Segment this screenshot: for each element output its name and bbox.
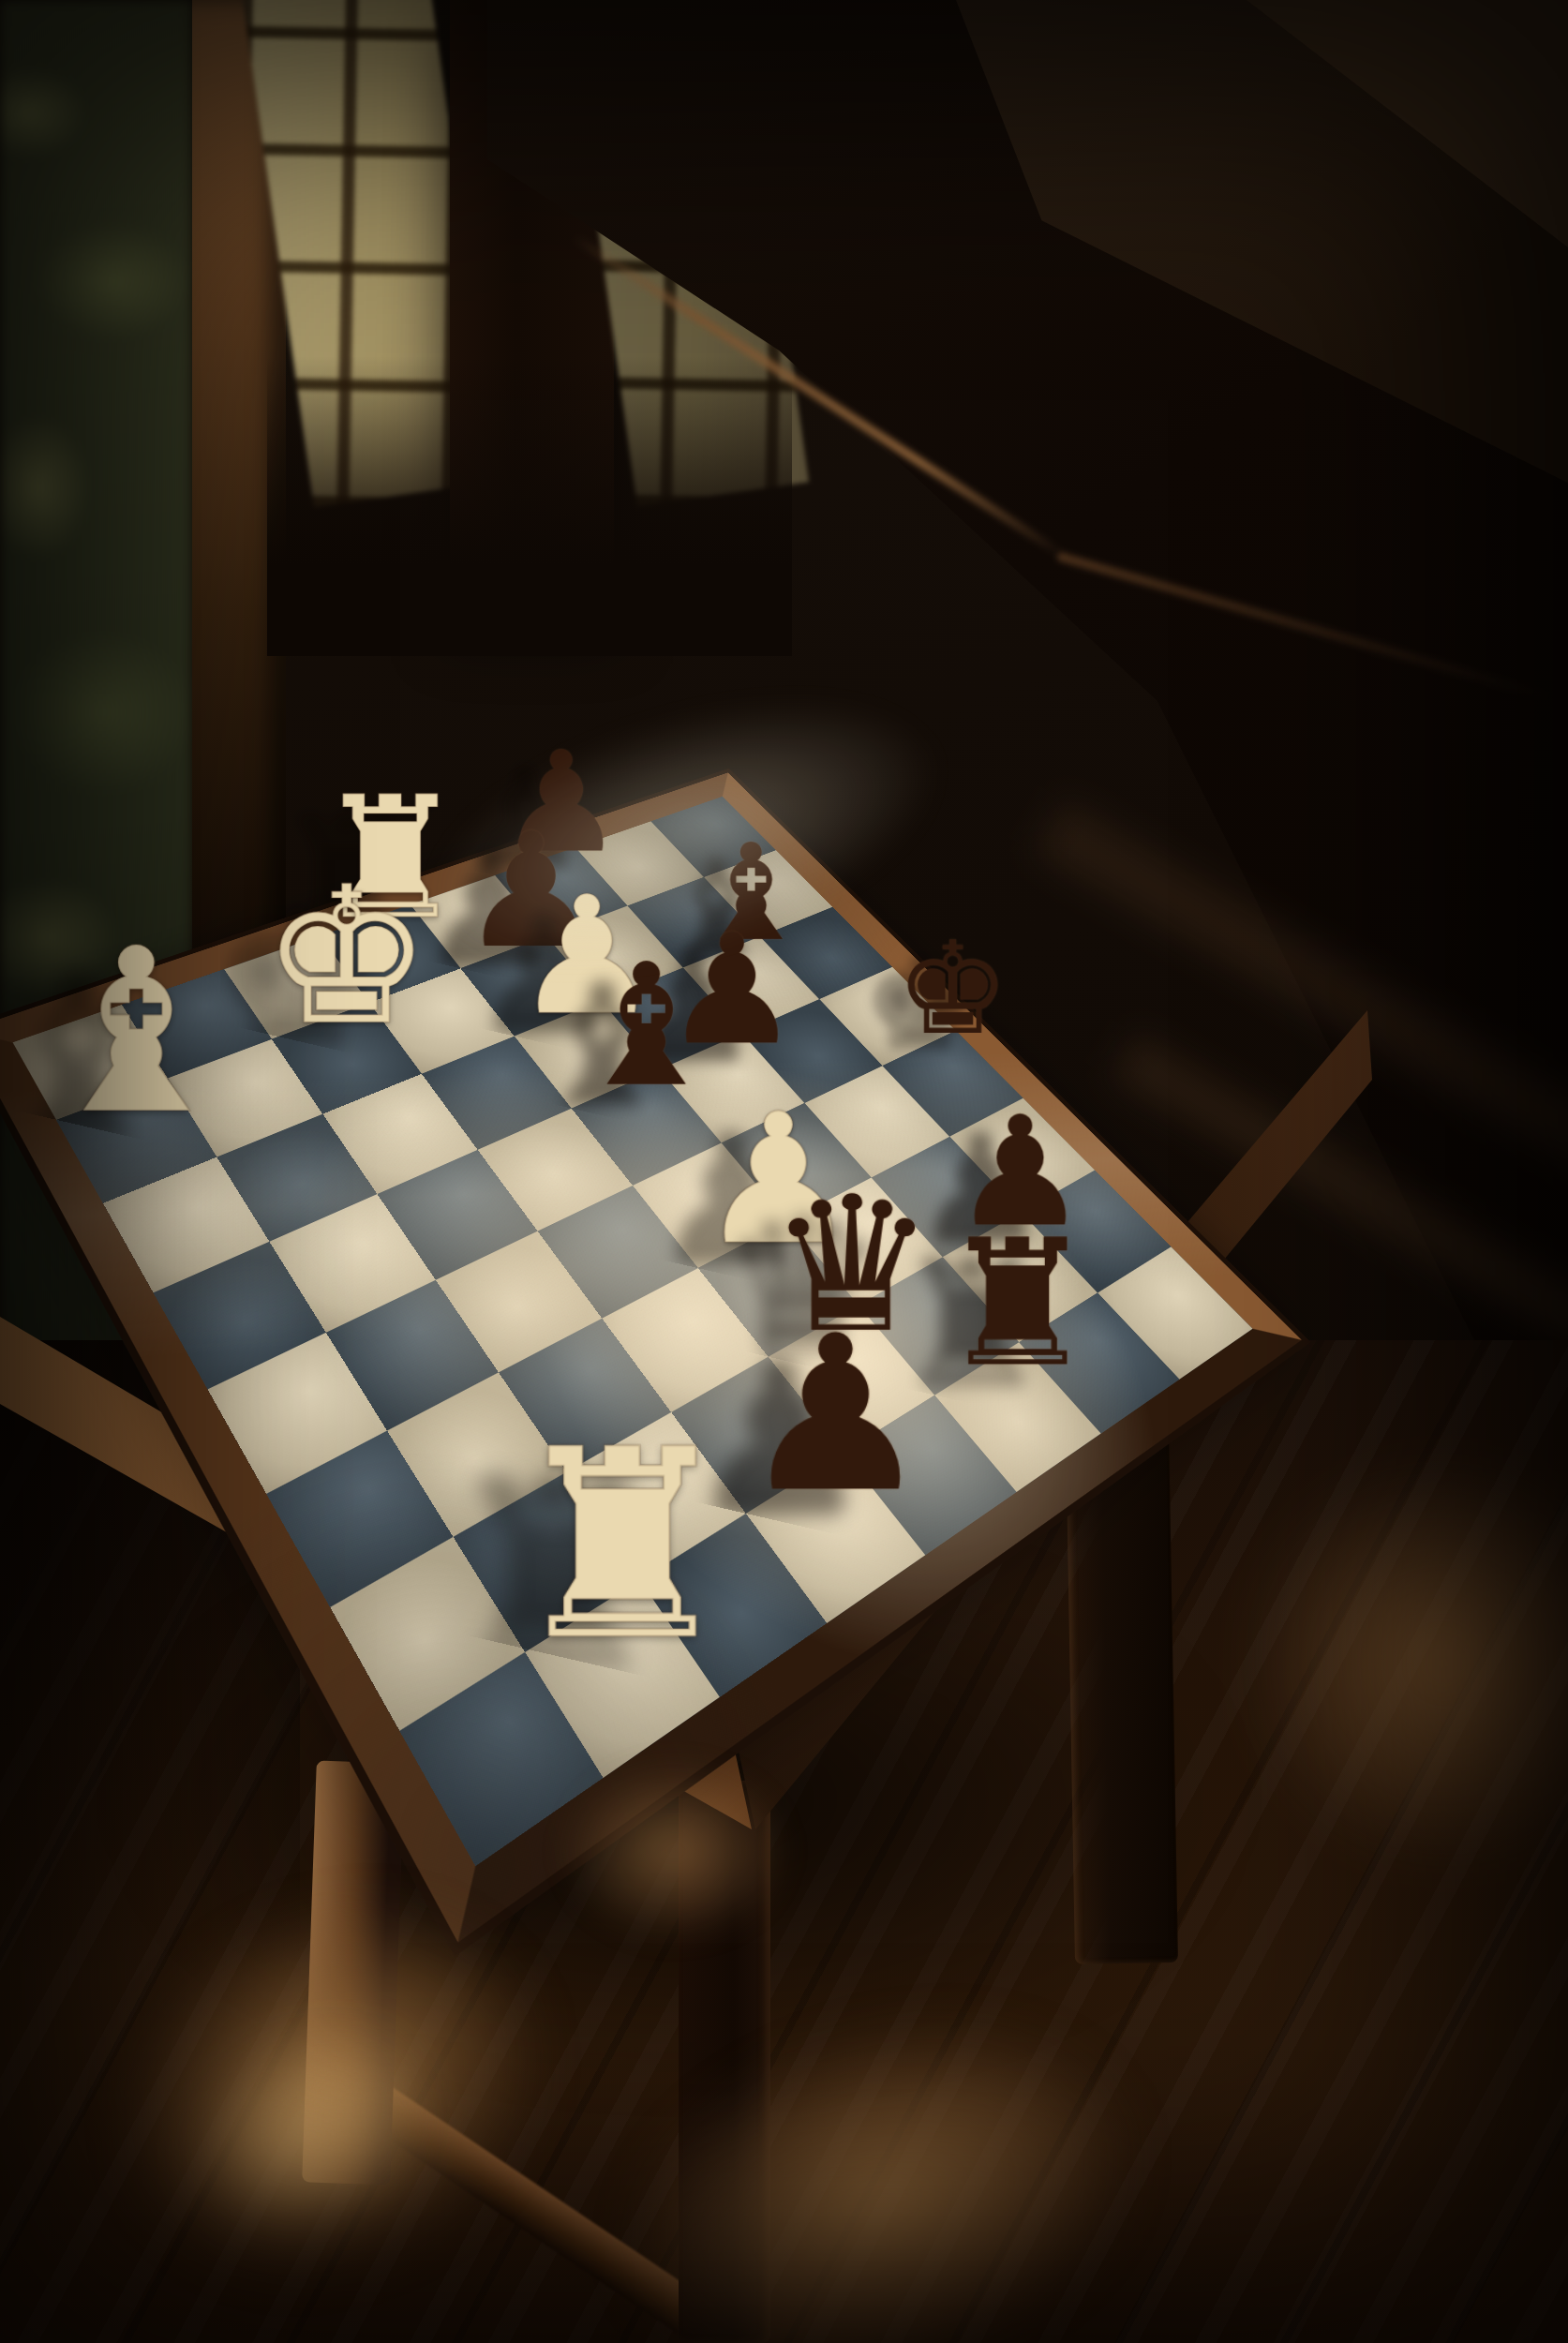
square-c1: [103, 1157, 269, 1293]
shoji-lower-shadow: [267, 356, 792, 656]
square-a1: [13, 1005, 168, 1120]
floor-dapple-front-leg: [562, 1762, 787, 1940]
